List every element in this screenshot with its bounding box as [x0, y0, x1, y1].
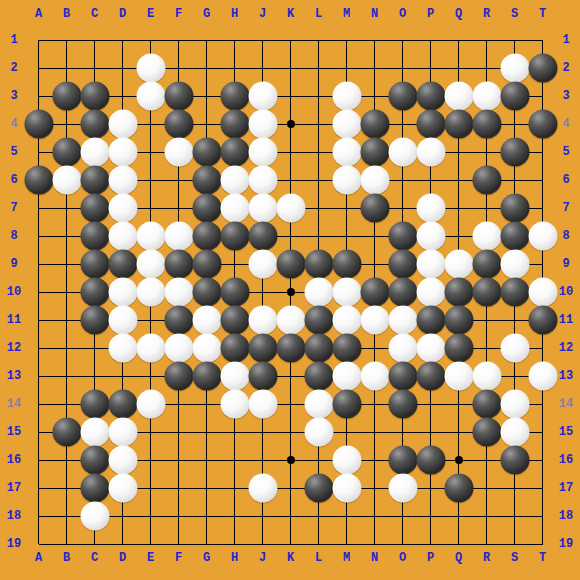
grid-hline-19: [39, 544, 543, 545]
stone-black-Q17[interactable]: [444, 474, 473, 503]
col-label-top-A: A: [25, 5, 53, 23]
stone-white-N6[interactable]: [360, 166, 389, 195]
stone-white-J17[interactable]: [248, 474, 277, 503]
row-label-left-10: 10: [0, 283, 28, 301]
stone-black-G9[interactable]: [192, 250, 221, 279]
row-label-right-16: 16: [552, 451, 580, 469]
stone-white-D16[interactable]: [108, 446, 137, 475]
col-label-bottom-K: K: [277, 549, 305, 567]
row-label-left-13: 13: [0, 367, 28, 385]
stone-white-K7[interactable]: [276, 194, 305, 223]
grid-hline-18: [39, 516, 543, 517]
stone-black-Q12[interactable]: [444, 334, 473, 363]
row-label-left-7: 7: [0, 199, 28, 217]
star-point-K16: [287, 456, 295, 464]
stone-black-S5[interactable]: [500, 138, 529, 167]
stone-white-J5[interactable]: [248, 138, 277, 167]
stone-white-F10[interactable]: [164, 278, 193, 307]
stone-white-D12[interactable]: [108, 334, 137, 363]
stone-white-O11[interactable]: [388, 306, 417, 335]
row-label-left-15: 15: [0, 423, 28, 441]
stone-white-G11[interactable]: [192, 306, 221, 335]
row-label-left-9: 9: [0, 255, 28, 273]
stone-black-P16[interactable]: [416, 446, 445, 475]
row-label-left-12: 12: [0, 339, 28, 357]
stone-white-S9[interactable]: [500, 250, 529, 279]
row-label-right-4: 4: [552, 115, 580, 133]
stone-black-R6[interactable]: [472, 166, 501, 195]
row-label-left-8: 8: [0, 227, 28, 245]
col-label-top-P: P: [417, 5, 445, 23]
row-label-right-15: 15: [552, 423, 580, 441]
stone-white-E3[interactable]: [136, 82, 165, 111]
stone-black-L13[interactable]: [304, 362, 333, 391]
stone-black-N10[interactable]: [360, 278, 389, 307]
col-label-bottom-H: H: [221, 549, 249, 567]
row-label-right-7: 7: [552, 199, 580, 217]
stone-black-F3[interactable]: [164, 82, 193, 111]
col-label-bottom-P: P: [417, 549, 445, 567]
stone-white-M4[interactable]: [332, 110, 361, 139]
row-label-left-11: 11: [0, 311, 28, 329]
stone-white-O17[interactable]: [388, 474, 417, 503]
stone-white-M3[interactable]: [332, 82, 361, 111]
row-label-right-2: 2: [552, 59, 580, 77]
stone-white-S12[interactable]: [500, 334, 529, 363]
stone-white-B6[interactable]: [52, 166, 81, 195]
stone-white-R8[interactable]: [472, 222, 501, 251]
col-label-bottom-N: N: [361, 549, 389, 567]
go-board[interactable]: AA11BB22CC33DD44EE55FF66GG77HH88JJ99KK10…: [0, 0, 580, 580]
row-label-right-17: 17: [552, 479, 580, 497]
col-label-bottom-C: C: [81, 549, 109, 567]
stone-black-H12[interactable]: [220, 334, 249, 363]
col-label-bottom-O: O: [389, 549, 417, 567]
row-label-right-1: 1: [552, 31, 580, 49]
row-label-left-6: 6: [0, 171, 28, 189]
row-label-right-8: 8: [552, 227, 580, 245]
stone-black-S16[interactable]: [500, 446, 529, 475]
stone-white-M17[interactable]: [332, 474, 361, 503]
col-label-top-Q: Q: [445, 5, 473, 23]
stone-black-C6[interactable]: [80, 166, 109, 195]
stone-white-E8[interactable]: [136, 222, 165, 251]
stone-black-Q10[interactable]: [444, 278, 473, 307]
stone-white-O5[interactable]: [388, 138, 417, 167]
stone-black-L17[interactable]: [304, 474, 333, 503]
col-label-bottom-F: F: [165, 549, 193, 567]
stone-white-N11[interactable]: [360, 306, 389, 335]
stone-white-F5[interactable]: [164, 138, 193, 167]
stone-white-G12[interactable]: [192, 334, 221, 363]
stone-white-D8[interactable]: [108, 222, 137, 251]
stone-black-S10[interactable]: [500, 278, 529, 307]
stone-black-O14[interactable]: [388, 390, 417, 419]
row-label-right-14: 14: [552, 395, 580, 413]
row-label-left-18: 18: [0, 507, 28, 525]
stone-white-P12[interactable]: [416, 334, 445, 363]
stone-white-M5[interactable]: [332, 138, 361, 167]
stone-black-A6[interactable]: [24, 166, 53, 195]
col-label-top-E: E: [137, 5, 165, 23]
stone-white-Q13[interactable]: [444, 362, 473, 391]
stone-white-J6[interactable]: [248, 166, 277, 195]
stone-white-E10[interactable]: [136, 278, 165, 307]
stone-black-D14[interactable]: [108, 390, 137, 419]
stone-white-Q3[interactable]: [444, 82, 473, 111]
col-label-top-O: O: [389, 5, 417, 23]
stone-white-J14[interactable]: [248, 390, 277, 419]
stone-black-P3[interactable]: [416, 82, 445, 111]
row-label-right-18: 18: [552, 507, 580, 525]
col-label-bottom-B: B: [53, 549, 81, 567]
stone-black-C17[interactable]: [80, 474, 109, 503]
row-label-right-3: 3: [552, 87, 580, 105]
stone-black-H3[interactable]: [220, 82, 249, 111]
stone-black-R10[interactable]: [472, 278, 501, 307]
row-label-left-19: 19: [0, 535, 28, 553]
stone-white-Q9[interactable]: [444, 250, 473, 279]
stone-white-F12[interactable]: [164, 334, 193, 363]
stone-black-K12[interactable]: [276, 334, 305, 363]
row-label-right-12: 12: [552, 339, 580, 357]
stone-black-G7[interactable]: [192, 194, 221, 223]
stone-white-L14[interactable]: [304, 390, 333, 419]
stone-white-M13[interactable]: [332, 362, 361, 391]
stone-white-S15[interactable]: [500, 418, 529, 447]
stone-white-M6[interactable]: [332, 166, 361, 195]
col-label-top-F: F: [165, 5, 193, 23]
go-board-app: AA11BB22CC33DD44EE55FF66GG77HH88JJ99KK10…: [0, 0, 580, 580]
col-label-bottom-G: G: [193, 549, 221, 567]
stone-white-H7[interactable]: [220, 194, 249, 223]
stone-black-M14[interactable]: [332, 390, 361, 419]
col-label-top-D: D: [109, 5, 137, 23]
col-label-bottom-S: S: [501, 549, 529, 567]
stone-black-N4[interactable]: [360, 110, 389, 139]
row-label-left-1: 1: [0, 31, 28, 49]
col-label-top-G: G: [193, 5, 221, 23]
stone-white-H13[interactable]: [220, 362, 249, 391]
row-label-right-19: 19: [552, 535, 580, 553]
stone-black-F11[interactable]: [164, 306, 193, 335]
row-label-right-5: 5: [552, 143, 580, 161]
col-label-bottom-Q: Q: [445, 549, 473, 567]
stone-black-G8[interactable]: [192, 222, 221, 251]
stone-white-L15[interactable]: [304, 418, 333, 447]
stone-black-N7[interactable]: [360, 194, 389, 223]
stone-white-J4[interactable]: [248, 110, 277, 139]
stone-white-E2[interactable]: [136, 54, 165, 83]
col-label-bottom-D: D: [109, 549, 137, 567]
stone-white-D15[interactable]: [108, 418, 137, 447]
col-label-bottom-L: L: [305, 549, 333, 567]
stone-white-C15[interactable]: [80, 418, 109, 447]
stone-white-S14[interactable]: [500, 390, 529, 419]
row-label-left-4: 4: [0, 115, 28, 133]
stone-black-G13[interactable]: [192, 362, 221, 391]
stone-black-R14[interactable]: [472, 390, 501, 419]
stone-white-E12[interactable]: [136, 334, 165, 363]
stone-black-J8[interactable]: [248, 222, 277, 251]
stone-black-Q11[interactable]: [444, 306, 473, 335]
stone-white-M10[interactable]: [332, 278, 361, 307]
stone-black-C3[interactable]: [80, 82, 109, 111]
stone-black-N5[interactable]: [360, 138, 389, 167]
col-label-top-N: N: [361, 5, 389, 23]
col-label-bottom-R: R: [473, 549, 501, 567]
col-label-top-M: M: [333, 5, 361, 23]
row-label-left-3: 3: [0, 87, 28, 105]
stone-white-E14[interactable]: [136, 390, 165, 419]
stone-white-M11[interactable]: [332, 306, 361, 335]
stone-black-C8[interactable]: [80, 222, 109, 251]
col-label-top-L: L: [305, 5, 333, 23]
stone-black-G6[interactable]: [192, 166, 221, 195]
stone-black-F13[interactable]: [164, 362, 193, 391]
stone-black-S8[interactable]: [500, 222, 529, 251]
stone-black-L11[interactable]: [304, 306, 333, 335]
col-label-top-K: K: [277, 5, 305, 23]
stone-black-H4[interactable]: [220, 110, 249, 139]
stone-white-P5[interactable]: [416, 138, 445, 167]
stone-black-A4[interactable]: [24, 110, 53, 139]
stone-white-J3[interactable]: [248, 82, 277, 111]
star-point-K10: [287, 288, 295, 296]
stone-black-P4[interactable]: [416, 110, 445, 139]
stone-black-B3[interactable]: [52, 82, 81, 111]
col-label-top-R: R: [473, 5, 501, 23]
stone-black-C10[interactable]: [80, 278, 109, 307]
stone-white-R13[interactable]: [472, 362, 501, 391]
stone-black-H5[interactable]: [220, 138, 249, 167]
stone-white-P10[interactable]: [416, 278, 445, 307]
stone-black-O8[interactable]: [388, 222, 417, 251]
stone-black-C9[interactable]: [80, 250, 109, 279]
stone-white-R3[interactable]: [472, 82, 501, 111]
stone-white-D5[interactable]: [108, 138, 137, 167]
row-label-left-17: 17: [0, 479, 28, 497]
stone-white-D10[interactable]: [108, 278, 137, 307]
stone-black-S7[interactable]: [500, 194, 529, 223]
stone-black-M9[interactable]: [332, 250, 361, 279]
row-label-left-2: 2: [0, 59, 28, 77]
row-label-right-9: 9: [552, 255, 580, 273]
row-label-right-6: 6: [552, 171, 580, 189]
col-label-top-B: B: [53, 5, 81, 23]
stone-black-L12[interactable]: [304, 334, 333, 363]
row-label-left-14: 14: [0, 395, 28, 413]
stone-black-R4[interactable]: [472, 110, 501, 139]
stone-white-C18[interactable]: [80, 502, 109, 531]
stone-white-D11[interactable]: [108, 306, 137, 335]
stone-black-H10[interactable]: [220, 278, 249, 307]
stone-black-C4[interactable]: [80, 110, 109, 139]
stone-black-O9[interactable]: [388, 250, 417, 279]
star-point-Q16: [455, 456, 463, 464]
stone-black-H8[interactable]: [220, 222, 249, 251]
stone-white-N13[interactable]: [360, 362, 389, 391]
col-label-top-H: H: [221, 5, 249, 23]
stone-black-C14[interactable]: [80, 390, 109, 419]
stone-white-P8[interactable]: [416, 222, 445, 251]
stone-black-S3[interactable]: [500, 82, 529, 111]
stone-black-O16[interactable]: [388, 446, 417, 475]
stone-black-C16[interactable]: [80, 446, 109, 475]
stone-black-J12[interactable]: [248, 334, 277, 363]
stone-white-H6[interactable]: [220, 166, 249, 195]
stone-black-P11[interactable]: [416, 306, 445, 335]
row-label-right-11: 11: [552, 311, 580, 329]
stone-black-P13[interactable]: [416, 362, 445, 391]
row-label-right-10: 10: [552, 283, 580, 301]
stone-white-M16[interactable]: [332, 446, 361, 475]
col-label-bottom-J: J: [249, 549, 277, 567]
stone-black-F9[interactable]: [164, 250, 193, 279]
row-label-left-5: 5: [0, 143, 28, 161]
stone-white-C5[interactable]: [80, 138, 109, 167]
stone-black-H11[interactable]: [220, 306, 249, 335]
stone-black-J13[interactable]: [248, 362, 277, 391]
stone-black-M12[interactable]: [332, 334, 361, 363]
row-label-left-16: 16: [0, 451, 28, 469]
stone-white-L10[interactable]: [304, 278, 333, 307]
stone-black-O13[interactable]: [388, 362, 417, 391]
stone-white-F8[interactable]: [164, 222, 193, 251]
stone-white-J9[interactable]: [248, 250, 277, 279]
stone-white-D6[interactable]: [108, 166, 137, 195]
stone-white-D7[interactable]: [108, 194, 137, 223]
stone-black-R9[interactable]: [472, 250, 501, 279]
stone-white-J7[interactable]: [248, 194, 277, 223]
stone-black-O10[interactable]: [388, 278, 417, 307]
stone-black-B15[interactable]: [52, 418, 81, 447]
stone-black-K9[interactable]: [276, 250, 305, 279]
stone-black-Q4[interactable]: [444, 110, 473, 139]
stone-black-F4[interactable]: [164, 110, 193, 139]
row-label-right-13: 13: [552, 367, 580, 385]
col-label-bottom-E: E: [137, 549, 165, 567]
col-label-bottom-A: A: [25, 549, 53, 567]
stone-black-D9[interactable]: [108, 250, 137, 279]
stone-black-C11[interactable]: [80, 306, 109, 335]
col-label-bottom-M: M: [333, 549, 361, 567]
col-label-top-J: J: [249, 5, 277, 23]
stone-white-H14[interactable]: [220, 390, 249, 419]
stone-white-D17[interactable]: [108, 474, 137, 503]
col-label-top-T: T: [529, 5, 557, 23]
stone-black-B5[interactable]: [52, 138, 81, 167]
stone-white-K11[interactable]: [276, 306, 305, 335]
stone-white-O12[interactable]: [388, 334, 417, 363]
stone-white-P9[interactable]: [416, 250, 445, 279]
stone-white-E9[interactable]: [136, 250, 165, 279]
stone-black-L9[interactable]: [304, 250, 333, 279]
col-label-top-C: C: [81, 5, 109, 23]
stone-black-G10[interactable]: [192, 278, 221, 307]
stone-black-C7[interactable]: [80, 194, 109, 223]
stone-white-J11[interactable]: [248, 306, 277, 335]
stone-black-O3[interactable]: [388, 82, 417, 111]
stone-white-D4[interactable]: [108, 110, 137, 139]
stone-black-R15[interactable]: [472, 418, 501, 447]
col-label-top-S: S: [501, 5, 529, 23]
stone-black-G5[interactable]: [192, 138, 221, 167]
stone-white-S2[interactable]: [500, 54, 529, 83]
star-point-K4: [287, 120, 295, 128]
stone-white-P7[interactable]: [416, 194, 445, 223]
